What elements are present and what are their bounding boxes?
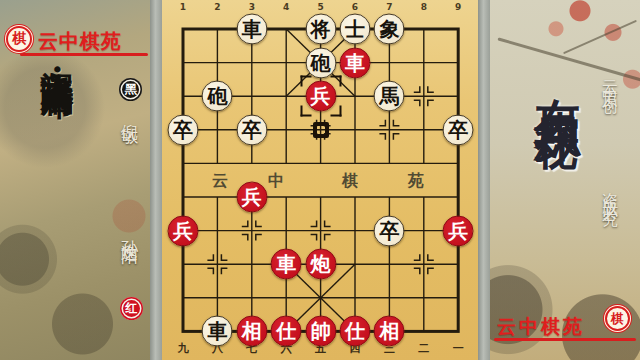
piece-black-卒-r3c9[interactable]: 卒 xyxy=(443,114,474,145)
file-label-top: 2 xyxy=(214,2,220,12)
chess-seal-icon: 棋 xyxy=(6,26,32,52)
red-player-name: 孙逸阳 xyxy=(119,226,142,241)
left-panel: 棋 云中棋苑 布局陷阱・诱敌深入 黑 倪敏 孙逸阳 红 xyxy=(0,0,150,360)
black-player-name: 倪敏 xyxy=(119,110,142,120)
piece-red-相-r9c3[interactable]: 相 xyxy=(236,316,267,347)
red-side-badge: 红 xyxy=(120,297,143,320)
file-label-top: 3 xyxy=(249,2,255,12)
file-label-top: 4 xyxy=(283,2,289,12)
piece-red-車-r7c4[interactable]: 車 xyxy=(271,249,302,280)
file-label-top: 8 xyxy=(421,2,427,12)
file-label-bottom: 一 xyxy=(453,341,464,356)
piece-red-炮-r7c5[interactable]: 炮 xyxy=(305,249,336,280)
river-inscription: 云 xyxy=(212,171,228,192)
piece-black-砲-r2c2[interactable]: 砲 xyxy=(202,81,233,112)
piece-red-仕-r9c4[interactable]: 仕 xyxy=(271,316,302,347)
river-inscription: 中 xyxy=(268,171,284,192)
piece-red-帥-r9c5[interactable]: 帥 xyxy=(305,316,336,347)
piece-red-仕-r9c6[interactable]: 仕 xyxy=(340,316,371,347)
file-label-top: 1 xyxy=(180,2,186,12)
piece-red-兵-r5c3[interactable]: 兵 xyxy=(236,182,267,213)
piece-red-兵-r6c9[interactable]: 兵 xyxy=(443,215,474,246)
piece-black-象-r0c7[interactable]: 象 xyxy=(374,14,405,45)
footer-underline xyxy=(494,338,636,341)
footer-logo-text: 云中棋苑 xyxy=(497,314,585,340)
original-credit-text: 云中原创 xyxy=(599,68,620,92)
video-frame: 棋 云中棋苑 布局陷阱・诱敌深入 黑 倪敏 孙逸阳 红 123456789九八七… xyxy=(0,0,640,360)
piece-red-車-r1c6[interactable]: 車 xyxy=(340,47,371,78)
piece-black-士-r0c6[interactable]: 士 xyxy=(340,14,371,45)
piece-black-卒-r3c1[interactable]: 卒 xyxy=(168,114,199,145)
frame-divider-right xyxy=(478,0,490,360)
xiangqi-board: 123456789九八七六五四三二一云中棋苑車将士象砲車砲兵馬卒卒卒兵兵卒兵車炮… xyxy=(162,0,478,360)
black-side-badge: 黑 xyxy=(119,78,142,101)
last-move-origin-marker xyxy=(313,122,329,138)
piece-red-兵-r6c1[interactable]: 兵 xyxy=(168,215,199,246)
file-label-top: 9 xyxy=(455,2,461,12)
series-title: 布局探秘 xyxy=(527,62,589,98)
piece-black-卒-r6c7[interactable]: 卒 xyxy=(374,215,405,246)
copyright-warning-text: 盗版必究 xyxy=(599,180,620,204)
river-inscription: 苑 xyxy=(408,171,424,192)
footer-chess-seal-icon: 棋 xyxy=(605,306,630,331)
file-label-bottom: 二 xyxy=(418,341,429,356)
piece-black-卒-r3c3[interactable]: 卒 xyxy=(236,114,267,145)
frame-divider-left xyxy=(150,0,162,360)
piece-black-車-r9c2[interactable]: 車 xyxy=(202,316,233,347)
piece-black-将-r0c5[interactable]: 将 xyxy=(305,14,336,45)
logo-underline xyxy=(20,53,148,56)
river-inscription: 棋 xyxy=(342,171,358,192)
piece-red-兵-r2c5[interactable]: 兵 xyxy=(305,81,336,112)
file-label-top: 7 xyxy=(386,2,392,12)
file-label-bottom: 九 xyxy=(178,341,189,356)
piece-black-馬-r2c7[interactable]: 馬 xyxy=(374,81,405,112)
piece-black-車-r0c3[interactable]: 車 xyxy=(236,14,267,45)
file-label-top: 5 xyxy=(317,2,323,12)
file-label-top: 6 xyxy=(352,2,358,12)
channel-logo-text: 云中棋苑 xyxy=(38,28,122,55)
piece-black-砲-r1c5[interactable]: 砲 xyxy=(305,47,336,78)
piece-red-相-r9c7[interactable]: 相 xyxy=(374,316,405,347)
